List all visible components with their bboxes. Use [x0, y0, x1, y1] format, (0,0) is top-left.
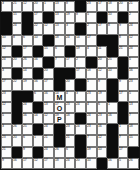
- letter-cell[interactable]: 24: [1, 57, 12, 68]
- cell-code-number: 13: [55, 1, 58, 4]
- letter-cell[interactable]: 17: [1, 79, 12, 90]
- cell-code-number: 7: [129, 113, 131, 116]
- codeword-puzzle: 3211220113823171820211517131985102242212…: [0, 0, 140, 170]
- letter-cell[interactable]: 20: [118, 1, 129, 12]
- letter-cell[interactable]: 21: [12, 1, 23, 12]
- letter-cell[interactable]: 13: [128, 102, 139, 113]
- letter-cell[interactable]: 15: [43, 46, 54, 57]
- cell-code-number: 23: [2, 135, 5, 138]
- letter-cell[interactable]: 10: [97, 147, 108, 158]
- blocked-cell: [86, 57, 97, 68]
- letter-cell[interactable]: 8: [75, 12, 86, 23]
- blocked-cell: [33, 124, 44, 135]
- letter-cell[interactable]: 25: [107, 57, 118, 68]
- cell-code-number: 20: [13, 135, 16, 138]
- letter-cell[interactable]: 26: [22, 57, 33, 68]
- letter-cell[interactable]: 6: [22, 35, 33, 46]
- cell-code-number: 25: [108, 57, 111, 60]
- letter-cell[interactable]: 17: [86, 35, 97, 46]
- letter-cell[interactable]: 4: [86, 46, 97, 57]
- letter-cell[interactable]: 6: [97, 102, 108, 113]
- letter-cell[interactable]: 20: [75, 158, 86, 169]
- letter-cell[interactable]: 4: [65, 91, 76, 102]
- cell-code-number: 2: [129, 12, 131, 15]
- cell-code-number: 17: [119, 91, 122, 94]
- letter-cell[interactable]: 9: [97, 79, 108, 90]
- letter-cell[interactable]: 24: [22, 102, 33, 113]
- blocked-cell: [54, 68, 65, 79]
- letter-cell[interactable]: 7: [118, 135, 129, 146]
- cell-code-number: 19: [87, 147, 90, 150]
- letter-cell[interactable]: 16: [97, 124, 108, 135]
- letter-cell[interactable]: 17: [118, 91, 129, 102]
- cell-code-number: 10: [108, 68, 111, 71]
- cell-code-number: 4: [66, 91, 68, 94]
- letter-cell[interactable]: 14M: [54, 91, 65, 102]
- blocked-cell: [1, 12, 12, 23]
- letter-cell[interactable]: 24: [43, 147, 54, 158]
- letter-cell[interactable]: 17: [43, 79, 54, 90]
- letter-cell[interactable]: 17: [75, 68, 86, 79]
- cell-code-number: 10: [2, 35, 5, 38]
- letter-cell[interactable]: 9: [22, 147, 33, 158]
- letter-cell[interactable]: 19: [97, 91, 108, 102]
- cell-code-number: 12: [2, 102, 5, 105]
- cell-code-number: 10: [34, 35, 37, 38]
- letter-cell[interactable]: 10: [107, 68, 118, 79]
- letter-cell[interactable]: 18: [65, 113, 76, 124]
- cell-code-number: 12: [44, 23, 47, 26]
- cell-code-number: 15: [129, 135, 132, 138]
- cell-code-number: 23: [66, 102, 69, 105]
- letter-cell[interactable]: 10: [86, 158, 97, 169]
- letter-cell[interactable]: 21: [43, 135, 54, 146]
- cell-code-number: 24: [13, 23, 16, 26]
- letter-cell[interactable]: 20: [12, 135, 23, 146]
- cell-code-number: 8: [108, 23, 110, 26]
- letter-cell[interactable]: 21: [118, 46, 129, 57]
- blocked-cell: [107, 79, 118, 90]
- letter-cell[interactable]: 24: [43, 124, 54, 135]
- cell-code-number: 2: [76, 57, 78, 60]
- cell-code-number: 1: [87, 79, 89, 82]
- letter-cell[interactable]: 2: [75, 57, 86, 68]
- letter-cell[interactable]: 19: [75, 46, 86, 57]
- blocked-cell: [75, 147, 86, 158]
- letter-cell[interactable]: 26: [54, 147, 65, 158]
- blocked-cell: [12, 91, 23, 102]
- cell-code-number: 15: [13, 12, 16, 15]
- cell-code-number: 20: [44, 68, 47, 71]
- cell-code-number: 16: [129, 68, 132, 71]
- letter-cell[interactable]: 1: [43, 1, 54, 12]
- cell-code-number: 6: [55, 46, 57, 49]
- cell-code-number: 3: [2, 1, 4, 4]
- letter-cell[interactable]: 3: [1, 124, 12, 135]
- cell-code-number: 21: [129, 1, 132, 4]
- blocked-cell: [75, 1, 86, 12]
- blocked-cell: [12, 102, 23, 113]
- cell-code-number: 4: [87, 46, 89, 49]
- letter-cell[interactable]: 26: [128, 158, 139, 169]
- letter-cell[interactable]: 9: [118, 79, 129, 90]
- letter-cell[interactable]: 17: [22, 158, 33, 169]
- blocked-cell: [97, 12, 108, 23]
- letter-cell[interactable]: 24: [86, 113, 97, 124]
- cell-code-number: 13: [44, 102, 47, 105]
- letter-cell[interactable]: 1: [86, 79, 97, 90]
- letter-cell[interactable]: 13: [54, 1, 65, 12]
- blocked-cell: [118, 113, 129, 124]
- letter-cell[interactable]: 15: [128, 135, 139, 146]
- cell-code-number: 24: [44, 147, 47, 150]
- cell-code-number: 10: [108, 12, 111, 15]
- letter-cell[interactable]: 23: [65, 124, 76, 135]
- cell-code-number: 21: [2, 147, 5, 150]
- letter-cell[interactable]: 8: [118, 35, 129, 46]
- cell-code-number: 24: [66, 35, 69, 38]
- cell-code-number: 13: [129, 102, 132, 105]
- letter-cell[interactable]: 19: [65, 12, 76, 23]
- cell-code-number: 24: [129, 23, 132, 26]
- cell-code-number: 15: [44, 46, 47, 49]
- cell-code-number: 17: [119, 147, 122, 150]
- cell-code-number: 23: [2, 91, 5, 94]
- blocked-cell: [33, 46, 44, 57]
- cell-code-number: 14: [76, 35, 79, 38]
- cell-code-number: 3: [2, 124, 4, 127]
- letter-cell[interactable]: 12: [97, 135, 108, 146]
- letter-cell[interactable]: 16: [128, 68, 139, 79]
- cell-code-number: 17: [98, 1, 101, 4]
- cell-code-number: 22: [34, 23, 37, 26]
- letter-cell[interactable]: 24: [128, 23, 139, 34]
- cell-code-number: 16: [108, 158, 111, 161]
- letter-cell[interactable]: 16: [33, 57, 44, 68]
- cell-code-number: 24: [76, 102, 79, 105]
- cell-code-number: 12: [129, 35, 132, 38]
- cell-code-number: 5: [119, 158, 121, 161]
- letter-cell[interactable]: 21: [128, 1, 139, 12]
- letter-cell[interactable]: 20: [43, 68, 54, 79]
- cell-code-number: 13: [55, 12, 58, 15]
- cell-code-number: 6: [98, 102, 100, 105]
- letter-cell[interactable]: 21: [65, 135, 76, 146]
- cell-code-number: 23: [87, 1, 90, 4]
- letter-cell[interactable]: 5: [1, 113, 12, 124]
- codeword-grid: 3211220113823171820211517131985102242212…: [0, 0, 140, 170]
- letter-cell[interactable]: 2: [128, 12, 139, 23]
- cell-code-number: 18: [55, 158, 58, 161]
- blocked-cell: [97, 158, 108, 169]
- letter-cell[interactable]: 23: [1, 91, 12, 102]
- letter-cell[interactable]: 5: [128, 57, 139, 68]
- letter-cell[interactable]: 14: [33, 113, 44, 124]
- letter-cell[interactable]: 9: [118, 23, 129, 34]
- letter-cell[interactable]: 9: [1, 158, 12, 169]
- blocked-cell: [75, 23, 86, 34]
- cell-code-number: 5: [129, 91, 131, 94]
- given-letter-M: M: [55, 93, 64, 102]
- letter-cell[interactable]: 17O: [54, 102, 65, 113]
- cell-code-number: 8: [13, 35, 15, 38]
- letter-cell[interactable]: 10: [33, 35, 44, 46]
- letter-cell[interactable]: 17: [33, 12, 44, 23]
- letter-cell[interactable]: 6: [33, 91, 44, 102]
- cell-code-number: 19: [23, 79, 26, 82]
- letter-cell[interactable]: 24: [75, 124, 86, 135]
- letter-cell[interactable]: 12: [22, 1, 33, 12]
- letter-cell[interactable]: 10: [1, 35, 12, 46]
- blocked-cell: [107, 124, 118, 135]
- blocked-cell: [12, 68, 23, 79]
- cell-code-number: 17: [23, 158, 26, 161]
- cell-code-number: 8: [119, 35, 121, 38]
- letter-cell[interactable]: 5: [118, 158, 129, 169]
- cell-code-number: 8: [76, 12, 78, 15]
- cell-code-number: 24: [2, 57, 5, 60]
- cell-code-number: 20: [119, 1, 122, 4]
- letter-cell[interactable]: 16: [22, 113, 33, 124]
- letter-cell[interactable]: 26: [12, 124, 23, 135]
- blocked-cell: [65, 68, 76, 79]
- letter-cell[interactable]: 24: [128, 46, 139, 57]
- letter-cell[interactable]: 23: [86, 124, 97, 135]
- letter-cell[interactable]: 23: [1, 135, 12, 146]
- cell-code-number: 23: [87, 124, 90, 127]
- letter-cell[interactable]: 20: [65, 79, 76, 90]
- cell-code-number: 12: [23, 1, 26, 4]
- cell-code-number: 12: [2, 46, 5, 49]
- cell-code-number: 24: [76, 124, 79, 127]
- cell-code-number: 9: [98, 79, 100, 82]
- cell-code-number: 6: [66, 147, 68, 150]
- letter-cell[interactable]: 25: [22, 124, 33, 135]
- cell-code-number: 5: [2, 113, 4, 116]
- letter-cell[interactable]: 3: [75, 91, 86, 102]
- letter-cell[interactable]: 1: [118, 124, 129, 135]
- cell-code-number: 10: [87, 158, 90, 161]
- letter-cell[interactable]: 17: [118, 147, 129, 158]
- cell-code-number: 12: [34, 158, 37, 161]
- letter-cell[interactable]: 7: [128, 113, 139, 124]
- letter-cell[interactable]: 8: [65, 1, 76, 12]
- blocked-cell: [75, 135, 86, 146]
- letter-cell[interactable]: 20: [12, 57, 23, 68]
- letter-cell[interactable]: 23: [86, 1, 97, 12]
- letter-cell[interactable]: 23: [128, 79, 139, 90]
- blocked-cell: [12, 113, 23, 124]
- letter-cell[interactable]: 14: [75, 35, 86, 46]
- cell-code-number: 17: [44, 158, 47, 161]
- letter-cell[interactable]: 16: [12, 158, 23, 169]
- letter-cell[interactable]: 19: [86, 147, 97, 158]
- letter-cell[interactable]: 3: [1, 1, 12, 12]
- blocked-cell: [75, 113, 86, 124]
- cell-code-number: 21: [13, 1, 16, 4]
- letter-cell[interactable]: 10: [107, 12, 118, 23]
- cell-code-number: 7: [119, 135, 121, 138]
- cell-code-number: 21: [119, 46, 122, 49]
- letter-cell[interactable]: 17: [43, 158, 54, 169]
- cell-code-number: 20: [66, 79, 69, 82]
- letter-cell[interactable]: 24: [65, 158, 76, 169]
- blocked-cell: [54, 135, 65, 146]
- letter-cell[interactable]: 3: [65, 23, 76, 34]
- cell-code-number: 5: [87, 12, 89, 15]
- cell-code-number: 11: [98, 46, 101, 49]
- letter-cell[interactable]: 18: [54, 158, 65, 169]
- cell-code-number: 23: [66, 124, 69, 127]
- letter-cell[interactable]: 16: [33, 79, 44, 90]
- cell-code-number: 17: [34, 12, 37, 15]
- blocked-cell: [75, 79, 86, 90]
- letter-cell[interactable]: 23: [65, 102, 76, 113]
- cell-code-number: 20: [98, 57, 101, 60]
- cell-code-number: 1: [34, 135, 36, 138]
- cell-code-number: 6: [34, 91, 36, 94]
- letter-cell[interactable]: 16: [43, 91, 54, 102]
- letter-cell[interactable]: 23: [97, 113, 108, 124]
- blocked-cell: [118, 12, 129, 23]
- letter-cell[interactable]: 22: [33, 23, 44, 34]
- blocked-cell: [43, 35, 54, 46]
- blocked-cell: [118, 68, 129, 79]
- letter-cell[interactable]: 8: [107, 23, 118, 34]
- cell-code-number: 18: [87, 68, 90, 71]
- cell-code-number: 17: [44, 79, 47, 82]
- letter-cell[interactable]: 18: [128, 124, 139, 135]
- letter-cell[interactable]: 20: [33, 1, 44, 12]
- cell-code-number: 16: [23, 113, 26, 116]
- letter-cell[interactable]: 7: [86, 135, 97, 146]
- letter-cell[interactable]: 18: [86, 68, 97, 79]
- cell-code-number: 16: [34, 79, 37, 82]
- cell-code-number: 12: [44, 113, 47, 116]
- cell-code-number: 16: [98, 124, 101, 127]
- cell-code-number: 1: [108, 102, 110, 105]
- letter-cell[interactable]: 23: [86, 91, 97, 102]
- cell-code-number: 20: [13, 57, 16, 60]
- letter-cell[interactable]: 12: [43, 23, 54, 34]
- letter-cell[interactable]: 4: [86, 102, 97, 113]
- cell-code-number: 3: [76, 91, 78, 94]
- cell-code-number: 24: [23, 102, 26, 105]
- letter-cell[interactable]: 13: [54, 12, 65, 23]
- letter-cell[interactable]: 21: [1, 147, 12, 158]
- cell-code-number: 13: [55, 23, 58, 26]
- letter-cell[interactable]: 13: [54, 23, 65, 34]
- letter-cell[interactable]: 11: [97, 46, 108, 57]
- letter-cell[interactable]: 17: [97, 23, 108, 34]
- cell-code-number: 25: [23, 124, 26, 127]
- cell-code-number: 22: [13, 79, 16, 82]
- letter-cell[interactable]: 17: [97, 1, 108, 12]
- cell-code-number: 1: [44, 1, 46, 4]
- cell-code-number: 14: [34, 113, 37, 116]
- cell-code-number: 17: [87, 35, 90, 38]
- letter-cell[interactable]: 5: [128, 91, 139, 102]
- letter-cell[interactable]: 6: [54, 46, 65, 57]
- letter-cell[interactable]: 5: [86, 12, 97, 23]
- cell-code-number: 26: [129, 158, 132, 161]
- letter-cell[interactable]: 24: [12, 23, 23, 34]
- letter-cell[interactable]: 24: [65, 35, 76, 46]
- letter-cell[interactable]: 19P: [54, 113, 65, 124]
- blocked-cell: [43, 57, 54, 68]
- letter-cell[interactable]: 12: [33, 158, 44, 169]
- blocked-cell: [33, 102, 44, 113]
- cell-code-number: 26: [55, 147, 58, 150]
- blocked-cell: [22, 23, 33, 34]
- letter-cell[interactable]: 12: [128, 35, 139, 46]
- letter-cell[interactable]: 17: [65, 57, 76, 68]
- blocked-cell: [107, 35, 118, 46]
- blocked-cell: [1, 23, 12, 34]
- letter-cell[interactable]: 7: [54, 57, 65, 68]
- blocked-cell: [33, 147, 44, 158]
- blocked-cell: [118, 102, 129, 113]
- letter-cell[interactable]: 1: [33, 135, 44, 146]
- letter-cell[interactable]: 14: [22, 68, 33, 79]
- letter-cell[interactable]: 18: [107, 1, 118, 12]
- letter-cell[interactable]: 18: [54, 35, 65, 46]
- cell-code-number: 9: [2, 158, 4, 161]
- cell-code-number: 20: [76, 158, 79, 161]
- cell-code-number: 17: [98, 23, 101, 26]
- letter-cell[interactable]: 13: [43, 102, 54, 113]
- letter-cell[interactable]: 24: [75, 102, 86, 113]
- cell-code-number: 23: [129, 79, 132, 82]
- letter-cell[interactable]: 12: [43, 113, 54, 124]
- cell-code-number: 18: [108, 1, 111, 4]
- cell-code-number: 19: [98, 91, 101, 94]
- letter-cell[interactable]: 3: [1, 68, 12, 79]
- cell-code-number: 5: [129, 57, 131, 60]
- letter-cell[interactable]: 16: [107, 113, 118, 124]
- letter-cell[interactable]: 15: [12, 12, 23, 23]
- letter-cell[interactable]: 12: [1, 102, 12, 113]
- letter-cell[interactable]: 2: [86, 23, 97, 34]
- letter-cell[interactable]: 8: [12, 35, 23, 46]
- letter-cell[interactable]: 12: [97, 68, 108, 79]
- letter-cell[interactable]: 12: [1, 46, 12, 57]
- blocked-cell: [118, 57, 129, 68]
- letter-cell[interactable]: 17: [22, 46, 33, 57]
- letter-cell[interactable]: 16: [107, 158, 118, 169]
- cell-code-number: 17: [2, 79, 5, 82]
- letter-cell[interactable]: 6: [22, 135, 33, 146]
- cell-code-number: 10: [98, 147, 101, 150]
- cell-code-number: 19: [66, 12, 69, 15]
- letter-cell[interactable]: 1: [107, 102, 118, 113]
- letter-cell[interactable]: 6: [65, 147, 76, 158]
- given-letter-O: O: [55, 104, 64, 113]
- letter-cell[interactable]: 20: [97, 57, 108, 68]
- letter-cell[interactable]: 22: [12, 79, 23, 90]
- cell-code-number: 7: [55, 57, 57, 60]
- cell-code-number: 3: [66, 23, 68, 26]
- cell-code-number: 16: [13, 158, 16, 161]
- cell-code-number: 24: [129, 46, 132, 49]
- cell-code-number: 24: [87, 113, 90, 116]
- cell-code-number: 18: [66, 113, 69, 116]
- letter-cell[interactable]: 19: [22, 79, 33, 90]
- cell-code-number: 23: [98, 113, 101, 116]
- cell-code-number: 16: [108, 113, 111, 116]
- blocked-cell: [107, 147, 118, 158]
- blocked-cell: [54, 79, 65, 90]
